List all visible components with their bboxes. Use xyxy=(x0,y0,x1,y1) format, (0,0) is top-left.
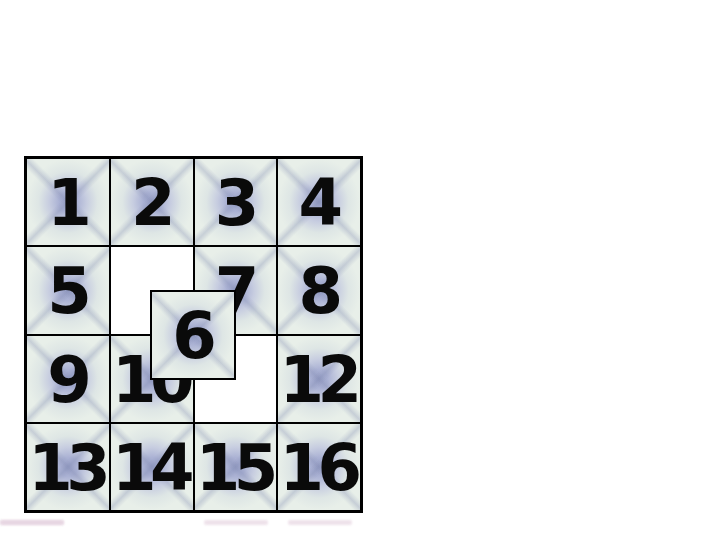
tile-label: 12 xyxy=(283,348,356,412)
tile-9[interactable]: 9 xyxy=(26,335,110,423)
tile-3[interactable]: 3 xyxy=(194,158,278,246)
tile-14[interactable]: 14 xyxy=(110,423,194,511)
tile-label: 3 xyxy=(218,171,253,235)
tile-label: 2 xyxy=(134,171,169,235)
tile-label: 4 xyxy=(302,171,337,235)
tile-reflection xyxy=(0,520,64,525)
tile-label: 9 xyxy=(50,348,85,412)
tile-8[interactable]: 8 xyxy=(277,246,361,334)
slide-canvas: 12345789101213141516 6 xyxy=(0,0,720,540)
tile-label: 15 xyxy=(199,436,272,500)
tile-label: 5 xyxy=(50,259,85,323)
tile-label: 6 xyxy=(176,304,211,368)
tile-13[interactable]: 13 xyxy=(26,423,110,511)
tile-label: 16 xyxy=(283,436,356,500)
tile-label: 14 xyxy=(115,436,188,500)
tile-1[interactable]: 1 xyxy=(26,158,110,246)
tile-label: 1 xyxy=(50,171,85,235)
tile-2[interactable]: 2 xyxy=(110,158,194,246)
tile-5[interactable]: 5 xyxy=(26,246,110,334)
tile-label: 8 xyxy=(302,259,337,323)
tile-4[interactable]: 4 xyxy=(277,158,361,246)
tile-15[interactable]: 15 xyxy=(194,423,278,511)
tile-16[interactable]: 16 xyxy=(277,423,361,511)
tile-12[interactable]: 12 xyxy=(277,335,361,423)
moving-tile-6[interactable]: 6 xyxy=(150,290,236,380)
tile-label: 13 xyxy=(31,436,104,500)
tile-reflection xyxy=(204,520,268,525)
tile-reflection xyxy=(288,520,352,525)
